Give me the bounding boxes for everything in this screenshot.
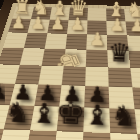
piece-white-pawn[interactable]: ♟ [50, 15, 65, 32]
board-frame: ♜♞♝♛♝♞♜♟♟♟♟♟♟♟♟♚♛♟♟♟♟♟♟♟♜♞♝♚♝♞♜ [0, 0, 140, 140]
square-r7c4[interactable] [82, 132, 111, 140]
square-r2c2[interactable] [45, 33, 68, 49]
square-r1c1[interactable]: ♟ [28, 19, 50, 33]
square-r3c1[interactable] [20, 48, 45, 66]
square-r3c5[interactable]: ♛ [108, 50, 131, 68]
piece-white-pawn[interactable]: ♟ [11, 14, 26, 31]
piece-white-pawn[interactable]: ♟ [70, 16, 86, 33]
piece-white-pawn[interactable]: ♟ [30, 15, 45, 32]
piece-white-pawn[interactable]: ♟ [129, 17, 140, 34]
square-r2c4[interactable]: ♟ [86, 34, 107, 50]
square-r7c5[interactable] [110, 133, 140, 140]
piece-black-rook[interactable]: ♜ [0, 98, 4, 126]
square-r6c1[interactable]: ♞ [4, 105, 35, 130]
piece-black-bishop[interactable]: ♝ [31, 100, 57, 129]
square-r6c5[interactable]: ♞ [109, 108, 137, 134]
square-r1c2[interactable]: ♟ [47, 20, 68, 34]
square-r7c3[interactable] [54, 131, 84, 140]
piece-white-pawn[interactable]: ♟ [89, 30, 105, 48]
square-r0c4[interactable] [88, 8, 107, 21]
board-grid: ♜♞♝♛♝♞♜♟♟♟♟♟♟♟♟♚♛♟♟♟♟♟♟♟♜♞♝♚♝♞♜ [0, 6, 140, 140]
chessboard-photo: ♜♞♝♛♝♞♜♟♟♟♟♟♟♟♟♚♛♟♟♟♟♟♟♟♜♞♝♚♝♞♜ [0, 0, 140, 140]
chess-board: ♜♞♝♛♝♞♜♟♟♟♟♟♟♟♟♚♛♟♟♟♟♟♟♟♜♞♝♚♝♞♜ [0, 0, 140, 140]
square-r2c1[interactable] [24, 33, 47, 49]
square-r3c4[interactable] [86, 50, 108, 68]
square-r6c3[interactable]: ♚ [57, 107, 85, 132]
piece-black-king[interactable]: ♚ [55, 96, 86, 130]
square-r7c1[interactable] [0, 129, 30, 140]
board-row-1: ♟♟♟♟♟♟♟ [8, 19, 140, 37]
square-r7c2[interactable] [25, 130, 57, 140]
piece-black-queen[interactable]: ♛ [108, 40, 132, 66]
square-r4c5[interactable] [108, 67, 132, 87]
board-row-6: ♜♞♝♚♝♞♜ [0, 104, 140, 135]
square-r1c6[interactable]: ♟ [126, 22, 140, 36]
piece-black-knight[interactable]: ♞ [111, 103, 137, 132]
square-r6c4[interactable]: ♝ [83, 108, 110, 134]
square-r1c3[interactable]: ♟ [67, 20, 87, 34]
piece-black-knight[interactable]: ♞ [5, 99, 30, 128]
board-border: ♜♞♝♛♝♞♜♟♟♟♟♟♟♟♟♚♛♟♟♟♟♟♟♟♜♞♝♚♝♞♜ [0, 3, 140, 140]
piece-black-bishop[interactable]: ♝ [84, 102, 110, 131]
board-scene: ♜♞♝♛♝♞♜♟♟♟♟♟♟♟♟♚♛♟♟♟♟♟♟♟♜♞♝♚♝♞♜ [0, 0, 140, 140]
square-r7c6[interactable] [137, 134, 140, 140]
piece-black-rook[interactable]: ♜ [138, 103, 140, 132]
square-r3c3[interactable]: ♚ [64, 49, 87, 67]
piece-white-pawn[interactable]: ♟ [109, 17, 125, 34]
square-r1c5[interactable]: ♟ [107, 21, 127, 35]
